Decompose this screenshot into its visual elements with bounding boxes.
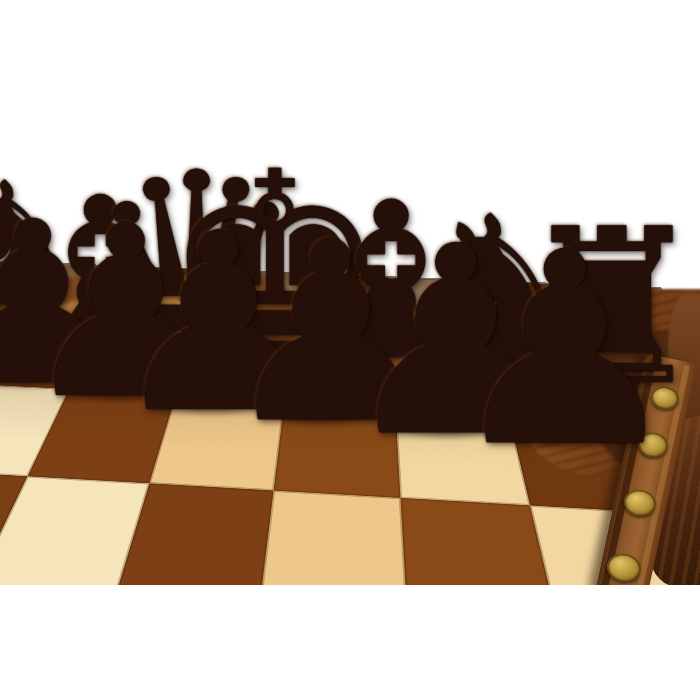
photo-scene: ♞♝♛♚♝♞♜♟♟♟♟♟♟ [0,0,700,585]
board-square-d4[interactable] [259,491,408,585]
white-backdrop [0,585,700,700]
chess-piece-black-pawn-g7[interactable]: ♟ [415,217,700,483]
